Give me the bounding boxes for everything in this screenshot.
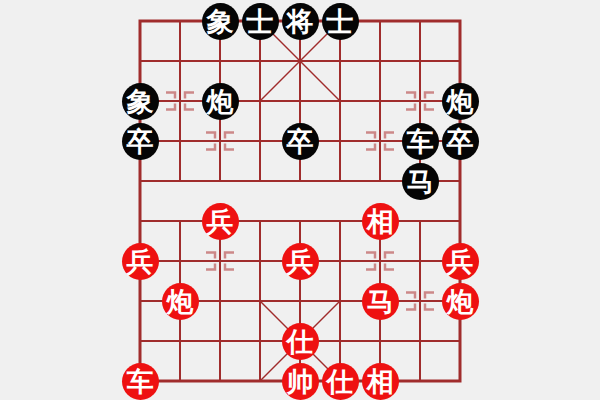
piece-black-soldier[interactable]: 卒	[442, 123, 479, 160]
piece-black-advisor[interactable]: 士	[242, 3, 279, 40]
piece-red-soldier[interactable]: 兵	[202, 203, 239, 240]
piece-red-soldier[interactable]: 兵	[442, 243, 479, 280]
piece-black-chariot[interactable]: 车	[402, 123, 439, 160]
piece-black-horse[interactable]: 马	[402, 163, 439, 200]
piece-black-elephant[interactable]: 象	[202, 3, 239, 40]
piece-black-elephant[interactable]: 象	[122, 83, 159, 120]
pieces-layer: 象士将士象炮炮卒卒车卒马兵相兵兵兵炮马炮仕车帅仕相	[120, 1, 480, 400]
piece-red-advisor[interactable]: 仕	[322, 363, 359, 400]
piece-black-soldier[interactable]: 卒	[122, 123, 159, 160]
piece-red-elephant[interactable]: 相	[362, 203, 399, 240]
piece-red-cannon[interactable]: 炮	[442, 283, 479, 320]
piece-black-cannon[interactable]: 炮	[442, 83, 479, 120]
piece-red-cannon[interactable]: 炮	[162, 283, 199, 320]
piece-red-soldier[interactable]: 兵	[282, 243, 319, 280]
piece-red-advisor[interactable]: 仕	[282, 323, 319, 360]
xiangqi-board: 象士将士象炮炮卒卒车卒马兵相兵兵兵炮马炮仕车帅仕相	[0, 0, 600, 400]
piece-red-horse[interactable]: 马	[362, 283, 399, 320]
piece-black-general[interactable]: 将	[282, 3, 319, 40]
piece-black-soldier[interactable]: 卒	[282, 123, 319, 160]
piece-red-chariot[interactable]: 车	[122, 363, 159, 400]
piece-black-cannon[interactable]: 炮	[202, 83, 239, 120]
piece-red-general[interactable]: 帅	[282, 363, 319, 400]
piece-black-advisor[interactable]: 士	[322, 3, 359, 40]
piece-red-elephant[interactable]: 相	[362, 363, 399, 400]
piece-red-soldier[interactable]: 兵	[122, 243, 159, 280]
